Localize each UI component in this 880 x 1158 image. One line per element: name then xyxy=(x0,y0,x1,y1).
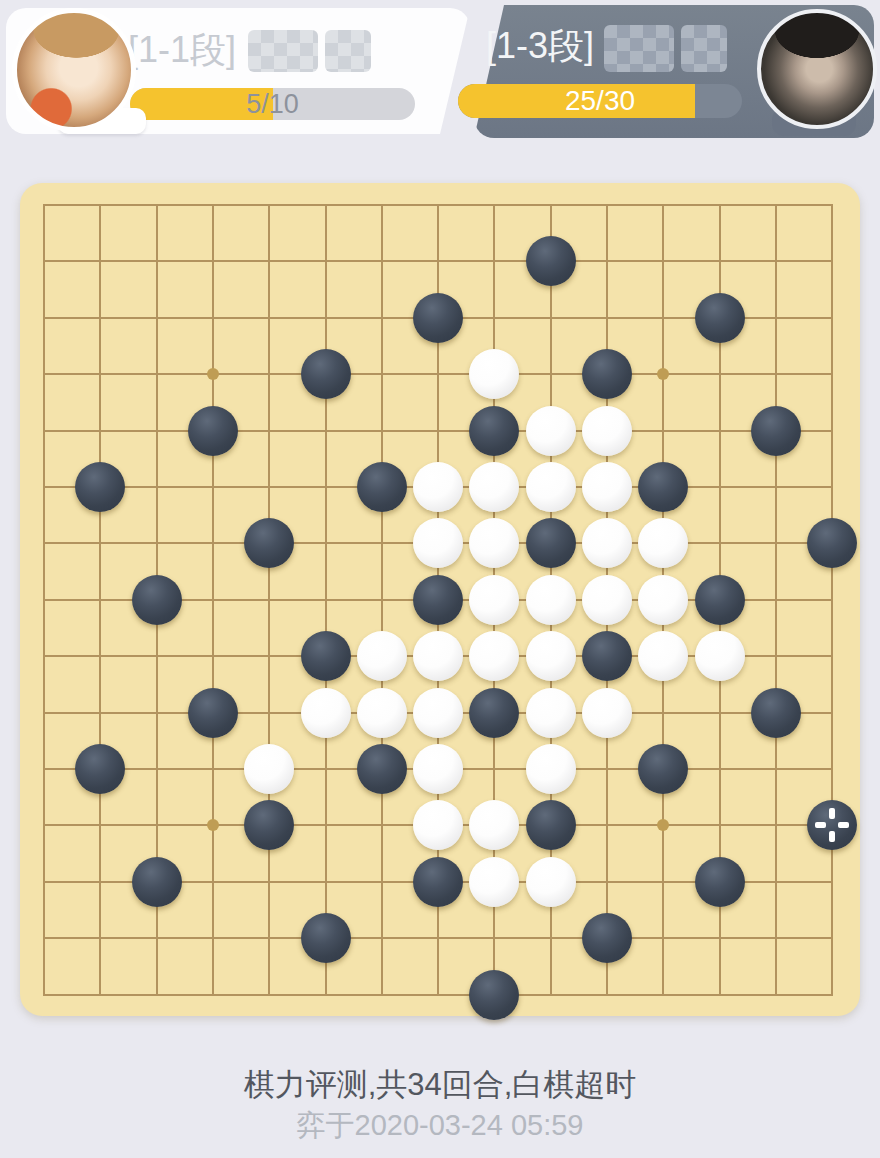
stone-black xyxy=(244,800,294,850)
stone-black xyxy=(413,293,463,343)
stone-white xyxy=(413,462,463,512)
stone-white xyxy=(469,857,519,907)
stone-black xyxy=(244,518,294,568)
stone-white xyxy=(526,744,576,794)
stone-black xyxy=(751,688,801,738)
stone-black xyxy=(188,688,238,738)
stone-white xyxy=(526,688,576,738)
star-point xyxy=(657,368,669,380)
censored-block xyxy=(248,30,318,72)
right-player-avatar[interactable] xyxy=(757,9,877,129)
board[interactable] xyxy=(20,183,860,1016)
stone-white xyxy=(469,800,519,850)
censored-block xyxy=(604,25,674,72)
stone-white xyxy=(357,688,407,738)
stone-white xyxy=(413,688,463,738)
stone-black xyxy=(301,631,351,681)
stone-black xyxy=(413,857,463,907)
stone-black xyxy=(582,913,632,963)
right-progress-label: 25/30 xyxy=(458,84,742,118)
right-player-progress-bar: 25/30 xyxy=(458,84,742,118)
stone-black xyxy=(638,462,688,512)
crosshair-bar xyxy=(829,831,835,842)
left-player-rank-label: [1-1段] xyxy=(128,26,236,75)
stone-black xyxy=(301,349,351,399)
crosshair-bar xyxy=(815,822,826,828)
stone-white xyxy=(469,631,519,681)
stone-white xyxy=(526,462,576,512)
left-player-progress-bar: 5/10 xyxy=(130,88,415,120)
stone-white xyxy=(526,857,576,907)
stone-white xyxy=(469,518,519,568)
stone-white xyxy=(413,744,463,794)
stone-black xyxy=(582,349,632,399)
stone-black xyxy=(526,800,576,850)
left-player-name-censored xyxy=(248,30,371,72)
stone-white xyxy=(695,631,745,681)
stone-white xyxy=(357,631,407,681)
stone-white xyxy=(244,744,294,794)
stone-black xyxy=(413,575,463,625)
game-result-text: 棋力评测,共34回合,白棋超时 xyxy=(0,1064,880,1106)
stone-white xyxy=(469,575,519,625)
stone-white xyxy=(582,688,632,738)
stone-black xyxy=(75,462,125,512)
star-point xyxy=(657,819,669,831)
stone-black xyxy=(526,518,576,568)
stone-black xyxy=(751,406,801,456)
left-player-avatar[interactable] xyxy=(12,8,136,132)
stone-white xyxy=(526,575,576,625)
stone-black xyxy=(469,406,519,456)
stone-white xyxy=(413,518,463,568)
stone-white xyxy=(526,406,576,456)
star-point xyxy=(207,368,219,380)
stone-white xyxy=(413,631,463,681)
stone-black xyxy=(526,236,576,286)
stone-white xyxy=(582,462,632,512)
left-progress-label: 5/10 xyxy=(130,88,415,120)
game-date-text: 弈于2020-03-24 05:59 xyxy=(0,1106,880,1146)
stone-black xyxy=(357,744,407,794)
right-player-rank-label: [1-3段] xyxy=(486,22,594,71)
stone-black xyxy=(132,857,182,907)
last-move-crosshair-icon xyxy=(815,808,849,842)
stone-white xyxy=(526,631,576,681)
censored-block xyxy=(325,30,371,72)
grid-line-v xyxy=(831,204,833,996)
stone-black xyxy=(301,913,351,963)
stone-black xyxy=(807,800,857,850)
stone-white xyxy=(413,800,463,850)
stone-black xyxy=(469,688,519,738)
game-review-screen: [1-1段] 5/10 [1-3段] 25/30 棋力评测,共34回合,白棋超时… xyxy=(0,0,880,1158)
stone-black xyxy=(695,857,745,907)
stone-white xyxy=(638,575,688,625)
grid-line-h xyxy=(43,994,833,996)
crosshair-bar xyxy=(838,822,849,828)
stone-white xyxy=(582,518,632,568)
stone-black xyxy=(132,575,182,625)
stone-white xyxy=(582,575,632,625)
stone-black xyxy=(807,518,857,568)
grid-line-v xyxy=(775,204,777,996)
censored-block xyxy=(681,25,727,72)
stone-black xyxy=(357,462,407,512)
grid-line-h xyxy=(43,937,833,939)
stone-black xyxy=(469,970,519,1020)
stone-black xyxy=(638,744,688,794)
stone-white xyxy=(469,462,519,512)
crosshair-bar xyxy=(829,808,835,819)
right-player-name-censored xyxy=(604,25,727,72)
stone-black xyxy=(188,406,238,456)
stone-white xyxy=(301,688,351,738)
star-point xyxy=(207,819,219,831)
stone-black xyxy=(582,631,632,681)
stone-white xyxy=(638,518,688,568)
stone-black xyxy=(695,575,745,625)
stone-white xyxy=(638,631,688,681)
stone-white xyxy=(469,349,519,399)
stone-black xyxy=(695,293,745,343)
stone-white xyxy=(582,406,632,456)
stone-black xyxy=(75,744,125,794)
